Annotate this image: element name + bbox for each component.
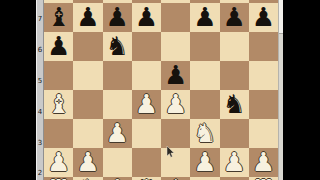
square-f3[interactable]: ♞ — [190, 119, 219, 148]
piece-white-pawn-e4[interactable]: ♟ — [161, 90, 190, 119]
square-g6[interactable] — [220, 32, 249, 61]
piece-white-knight-b1[interactable]: ♞ — [73, 175, 102, 180]
square-d3[interactable] — [132, 119, 161, 148]
square-b1[interactable]: ♞ — [73, 177, 102, 180]
square-h7[interactable]: ♟ — [249, 3, 278, 32]
square-c4[interactable] — [103, 90, 132, 119]
square-b3[interactable] — [73, 119, 102, 148]
square-b7[interactable]: ♟ — [73, 3, 102, 32]
piece-black-rook-h8[interactable]: ♜ — [249, 0, 278, 5]
square-d8[interactable]: ♛ — [132, 0, 161, 3]
rank-label-6: 6 — [36, 46, 44, 55]
rank-label-2: 2 — [36, 169, 44, 178]
piece-black-bishop-a7[interactable]: ♝ — [44, 3, 73, 32]
square-a5[interactable] — [44, 61, 73, 90]
square-b4[interactable] — [73, 90, 102, 119]
square-f2[interactable]: ♟ — [190, 148, 219, 177]
rank-label-5: 5 — [36, 77, 44, 86]
piece-white-king-e1[interactable]: ♚ — [161, 175, 190, 180]
piece-black-pawn-g7[interactable]: ♟ — [220, 3, 249, 32]
piece-black-pawn-c7[interactable]: ♟ — [103, 3, 132, 32]
square-h4[interactable] — [249, 90, 278, 119]
square-d4[interactable]: ♟ — [132, 90, 161, 119]
piece-white-pawn-f2[interactable]: ♟ — [190, 148, 219, 177]
square-h6[interactable] — [249, 32, 278, 61]
square-a8[interactable]: ♜ — [44, 0, 73, 3]
piece-black-knight-g4[interactable]: ♞ — [220, 90, 249, 119]
square-e1[interactable]: ♚ — [161, 177, 190, 180]
square-e3[interactable] — [161, 119, 190, 148]
square-f1[interactable] — [190, 177, 219, 180]
square-c7[interactable]: ♟ — [103, 3, 132, 32]
chess-app-window: ♜♝♛♚♜♝♟♟♟♟♟♟♟♞♟♝♟♟♞♟♞♟♟♟♟♟♜♞♝♛♚♜ 765432 — [0, 0, 320, 180]
square-e5[interactable]: ♟ — [161, 61, 190, 90]
square-h3[interactable] — [249, 119, 278, 148]
square-d2[interactable] — [132, 148, 161, 177]
piece-black-pawn-b7[interactable]: ♟ — [73, 3, 102, 32]
square-d7[interactable]: ♟ — [132, 3, 161, 32]
mouse-cursor-icon — [166, 146, 175, 158]
square-h8[interactable]: ♜ — [249, 0, 278, 3]
square-g5[interactable] — [220, 61, 249, 90]
square-b2[interactable]: ♟ — [73, 148, 102, 177]
square-d1[interactable]: ♛ — [132, 177, 161, 180]
piece-black-pawn-d7[interactable]: ♟ — [132, 3, 161, 32]
square-c1[interactable]: ♝ — [103, 177, 132, 180]
square-a4[interactable]: ♝ — [44, 90, 73, 119]
square-d6[interactable] — [132, 32, 161, 61]
rank-label-4: 4 — [36, 108, 44, 117]
square-c6[interactable]: ♞ — [103, 32, 132, 61]
square-h2[interactable]: ♟ — [249, 148, 278, 177]
piece-black-pawn-f7[interactable]: ♟ — [190, 3, 219, 32]
piece-black-king-e8[interactable]: ♚ — [161, 0, 190, 5]
piece-white-bishop-c1[interactable]: ♝ — [103, 175, 132, 180]
square-a2[interactable]: ♟ — [44, 148, 73, 177]
square-a1[interactable]: ♜ — [44, 177, 73, 180]
board-viewport: ♜♝♛♚♜♝♟♟♟♟♟♟♟♞♟♝♟♟♞♟♞♟♟♟♟♟♜♞♝♛♚♜ — [44, 0, 278, 180]
square-h5[interactable] — [249, 61, 278, 90]
square-e4[interactable]: ♟ — [161, 90, 190, 119]
piece-black-queen-d8[interactable]: ♛ — [132, 0, 161, 5]
piece-white-pawn-h2[interactable]: ♟ — [249, 148, 278, 177]
rank-label-7: 7 — [36, 15, 44, 24]
square-f5[interactable] — [190, 61, 219, 90]
square-d5[interactable] — [132, 61, 161, 90]
piece-black-rook-a8[interactable]: ♜ — [44, 0, 73, 5]
square-a6[interactable]: ♟ — [44, 32, 73, 61]
square-a3[interactable] — [44, 119, 73, 148]
square-e8[interactable]: ♚ — [161, 0, 190, 3]
square-e7[interactable] — [161, 3, 190, 32]
square-b6[interactable] — [73, 32, 102, 61]
board[interactable]: ♜♝♛♚♜♝♟♟♟♟♟♟♟♞♟♝♟♟♞♟♞♟♟♟♟♟♜♞♝♛♚♜ — [44, 0, 278, 180]
square-c5[interactable] — [103, 61, 132, 90]
piece-white-pawn-b2[interactable]: ♟ — [73, 148, 102, 177]
square-c3[interactable]: ♟ — [103, 119, 132, 148]
square-g3[interactable] — [220, 119, 249, 148]
piece-white-bishop-a4[interactable]: ♝ — [44, 90, 73, 119]
square-c2[interactable] — [103, 148, 132, 177]
rank-label-3: 3 — [36, 139, 44, 148]
piece-white-queen-d1[interactable]: ♛ — [132, 175, 161, 180]
piece-black-pawn-a6[interactable]: ♟ — [44, 32, 73, 61]
square-g7[interactable]: ♟ — [220, 3, 249, 32]
square-f7[interactable]: ♟ — [190, 3, 219, 32]
square-f6[interactable] — [190, 32, 219, 61]
square-e6[interactable] — [161, 32, 190, 61]
piece-white-pawn-g2[interactable]: ♟ — [220, 148, 249, 177]
square-b5[interactable] — [73, 61, 102, 90]
square-g2[interactable]: ♟ — [220, 148, 249, 177]
square-g4[interactable]: ♞ — [220, 90, 249, 119]
piece-white-rook-h1[interactable]: ♜ — [249, 175, 278, 180]
piece-white-pawn-a2[interactable]: ♟ — [44, 148, 73, 177]
piece-white-rook-a1[interactable]: ♜ — [44, 175, 73, 180]
piece-black-pawn-e5[interactable]: ♟ — [161, 61, 190, 90]
scrollbar-thumb[interactable] — [279, 0, 283, 34]
square-c8[interactable]: ♝ — [103, 0, 132, 3]
square-a7[interactable]: ♝ — [44, 3, 73, 32]
piece-white-pawn-c3[interactable]: ♟ — [103, 119, 132, 148]
piece-white-knight-f3[interactable]: ♞ — [190, 119, 219, 148]
piece-black-pawn-h7[interactable]: ♟ — [249, 3, 278, 32]
rank-label-gutter — [36, 0, 44, 180]
piece-black-knight-c6[interactable]: ♞ — [103, 32, 132, 61]
square-g1[interactable] — [220, 177, 249, 180]
square-h1[interactable]: ♜ — [249, 177, 278, 180]
scrollbar[interactable] — [278, 0, 283, 180]
square-f4[interactable] — [190, 90, 219, 119]
piece-white-pawn-d4[interactable]: ♟ — [132, 90, 161, 119]
piece-black-bishop-c8[interactable]: ♝ — [103, 0, 132, 5]
